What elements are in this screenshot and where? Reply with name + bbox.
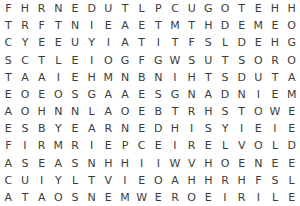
letter-cell-r12-c18[interactable]: E	[283, 189, 300, 206]
letter-cell-r12-c11[interactable]: R	[167, 189, 184, 206]
letter-cell-r11-c14[interactable]: R	[217, 172, 234, 189]
letter-cell-r10-c4[interactable]: A	[50, 154, 67, 171]
letter-cell-r10-c8[interactable]: H	[117, 154, 134, 171]
letter-cell-r9-c17[interactable]: L	[267, 137, 284, 154]
word-search-grid: FHRNEDUTLPCUGOTEHHTRFTNIEAETMTHDEMEOCYEE…	[0, 0, 300, 206]
letter-cell-r1-c10[interactable]: P	[150, 0, 167, 17]
letter-cell-r5-c17[interactable]: T	[267, 69, 284, 86]
letter-cell-r11-c5[interactable]: L	[67, 172, 84, 189]
letter-cell-r12-c13[interactable]: E	[200, 189, 217, 206]
letter-cell-r7-c9[interactable]: E	[133, 103, 150, 120]
letter-cell-r4-c3[interactable]: T	[33, 51, 50, 68]
letter-cell-r10-c6[interactable]: N	[83, 154, 100, 171]
letter-cell-r12-c3[interactable]: A	[33, 189, 50, 206]
letter-cell-r10-c12[interactable]: V	[183, 154, 200, 171]
letter-cell-r2-c9[interactable]: E	[133, 17, 150, 34]
letter-cell-r12-c7[interactable]: E	[100, 189, 117, 206]
letter-cell-r5-c12[interactable]: H	[183, 69, 200, 86]
letter-cell-r2-c2[interactable]: R	[17, 17, 34, 34]
letter-cell-r2-c4[interactable]: T	[50, 17, 67, 34]
letter-cell-r4-c6[interactable]: I	[83, 51, 100, 68]
letter-cell-r6-c7[interactable]: A	[100, 86, 117, 103]
letter-cell-r10-c7[interactable]: H	[100, 154, 117, 171]
letter-cell-r7-c14[interactable]: S	[217, 103, 234, 120]
letter-cell-r6-c5[interactable]: S	[67, 86, 84, 103]
letter-cell-r5-c15[interactable]: D	[233, 69, 250, 86]
letter-cell-r8-c9[interactable]: E	[133, 120, 150, 137]
letter-cell-r11-c17[interactable]: S	[267, 172, 284, 189]
letter-cell-r7-c18[interactable]: E	[283, 103, 300, 120]
letter-cell-r6-c1[interactable]: E	[0, 86, 17, 103]
letter-cell-r5-c2[interactable]: A	[17, 69, 34, 86]
letter-cell-r5-c4[interactable]: I	[50, 69, 67, 86]
letter-cell-r10-c16[interactable]: N	[250, 154, 267, 171]
letter-cell-r1-c15[interactable]: T	[233, 0, 250, 17]
letter-cell-r8-c12[interactable]: I	[183, 120, 200, 137]
letter-cell-r12-c6[interactable]: N	[83, 189, 100, 206]
letter-cell-r5-c6[interactable]: H	[83, 69, 100, 86]
letter-cell-r3-c18[interactable]: G	[283, 34, 300, 51]
letter-cell-r5-c11[interactable]: I	[167, 69, 184, 86]
letter-cell-r4-c4[interactable]: L	[50, 51, 67, 68]
letter-cell-r4-c17[interactable]: R	[267, 51, 284, 68]
letter-cell-r5-c8[interactable]: N	[117, 69, 134, 86]
letter-cell-r12-c10[interactable]: E	[150, 189, 167, 206]
letter-cell-r1-c4[interactable]: N	[50, 0, 67, 17]
letter-cell-r8-c13[interactable]: S	[200, 120, 217, 137]
letter-cell-r10-c14[interactable]: O	[217, 154, 234, 171]
letter-cell-r12-c4[interactable]: O	[50, 189, 67, 206]
letter-cell-r8-c16[interactable]: E	[250, 120, 267, 137]
letter-cell-r3-c14[interactable]: L	[217, 34, 234, 51]
letter-cell-r7-c2[interactable]: O	[17, 103, 34, 120]
letter-cell-r4-c18[interactable]: O	[283, 51, 300, 68]
letter-cell-r4-c14[interactable]: T	[217, 51, 234, 68]
letter-cell-r8-c7[interactable]: R	[100, 120, 117, 137]
letter-cell-r9-c3[interactable]: R	[33, 137, 50, 154]
letter-cell-r6-c6[interactable]: G	[83, 86, 100, 103]
letter-cell-r9-c13[interactable]: E	[200, 137, 217, 154]
letter-cell-r5-c1[interactable]: T	[0, 69, 17, 86]
letter-cell-r7-c16[interactable]: O	[250, 103, 267, 120]
letter-cell-r1-c3[interactable]: R	[33, 0, 50, 17]
letter-cell-r3-c17[interactable]: H	[267, 34, 284, 51]
letter-cell-r5-c18[interactable]: A	[283, 69, 300, 86]
letter-cell-r9-c11[interactable]: I	[167, 137, 184, 154]
letter-cell-r2-c8[interactable]: A	[117, 17, 134, 34]
letter-cell-r10-c10[interactable]: I	[150, 154, 167, 171]
letter-cell-r3-c4[interactable]: E	[50, 34, 67, 51]
letter-cell-r4-c7[interactable]: O	[100, 51, 117, 68]
letter-cell-r2-c15[interactable]: E	[233, 17, 250, 34]
letter-cell-r10-c9[interactable]: I	[133, 154, 150, 171]
letter-cell-r9-c6[interactable]: I	[83, 137, 100, 154]
letter-cell-r9-c12[interactable]: R	[183, 137, 200, 154]
letter-cell-r6-c12[interactable]: N	[183, 86, 200, 103]
letter-cell-r6-c15[interactable]: N	[233, 86, 250, 103]
letter-cell-r7-c13[interactable]: H	[200, 103, 217, 120]
letter-cell-r5-c16[interactable]: U	[250, 69, 267, 86]
letter-cell-r2-c18[interactable]: O	[283, 17, 300, 34]
letter-cell-r3-c7[interactable]: I	[100, 34, 117, 51]
letter-cell-r1-c7[interactable]: U	[100, 0, 117, 17]
letter-cell-r12-c12[interactable]: O	[183, 189, 200, 206]
letter-cell-r11-c18[interactable]: L	[283, 172, 300, 189]
letter-cell-r12-c9[interactable]: W	[133, 189, 150, 206]
letter-cell-r7-c7[interactable]: A	[100, 103, 117, 120]
letter-cell-r1-c14[interactable]: O	[217, 0, 234, 17]
letter-cell-r11-c10[interactable]: O	[150, 172, 167, 189]
letter-cell-r9-c18[interactable]: D	[283, 137, 300, 154]
letter-cell-r6-c17[interactable]: E	[267, 86, 284, 103]
letter-cell-r2-c12[interactable]: T	[183, 17, 200, 34]
letter-cell-r2-c11[interactable]: M	[167, 17, 184, 34]
letter-cell-r3-c1[interactable]: C	[0, 34, 17, 51]
letter-cell-r7-c8[interactable]: O	[117, 103, 134, 120]
letter-cell-r3-c6[interactable]: Y	[83, 34, 100, 51]
letter-cell-r9-c16[interactable]: O	[250, 137, 267, 154]
letter-cell-r11-c3[interactable]: I	[33, 172, 50, 189]
letter-cell-r12-c15[interactable]: R	[233, 189, 250, 206]
letter-cell-r5-c5[interactable]: E	[67, 69, 84, 86]
letter-cell-r11-c16[interactable]: F	[250, 172, 267, 189]
letter-cell-r8-c17[interactable]: I	[267, 120, 284, 137]
letter-cell-r5-c9[interactable]: B	[133, 69, 150, 86]
letter-cell-r1-c9[interactable]: L	[133, 0, 150, 17]
letter-cell-r5-c13[interactable]: T	[200, 69, 217, 86]
letter-cell-r1-c11[interactable]: C	[167, 0, 184, 17]
letter-cell-r12-c16[interactable]: I	[250, 189, 267, 206]
letter-cell-r12-c8[interactable]: M	[117, 189, 134, 206]
letter-cell-r8-c2[interactable]: S	[17, 120, 34, 137]
letter-cell-r7-c12[interactable]: R	[183, 103, 200, 120]
letter-cell-r7-c10[interactable]: B	[150, 103, 167, 120]
letter-cell-r11-c9[interactable]: E	[133, 172, 150, 189]
letter-cell-r9-c9[interactable]: C	[133, 137, 150, 154]
letter-cell-r9-c5[interactable]: R	[67, 137, 84, 154]
letter-cell-r12-c2[interactable]: T	[17, 189, 34, 206]
letter-cell-r2-c6[interactable]: I	[83, 17, 100, 34]
letter-cell-r11-c2[interactable]: U	[17, 172, 34, 189]
letter-cell-r11-c15[interactable]: H	[233, 172, 250, 189]
letter-cell-r11-c11[interactable]: A	[167, 172, 184, 189]
letter-cell-r6-c8[interactable]: A	[117, 86, 134, 103]
letter-cell-r3-c10[interactable]: I	[150, 34, 167, 51]
letter-cell-r11-c4[interactable]: Y	[50, 172, 67, 189]
letter-cell-r4-c8[interactable]: G	[117, 51, 134, 68]
letter-cell-r1-c2[interactable]: H	[17, 0, 34, 17]
letter-cell-r4-c13[interactable]: U	[200, 51, 217, 68]
letter-cell-r1-c18[interactable]: H	[283, 0, 300, 17]
letter-cell-r6-c13[interactable]: A	[200, 86, 217, 103]
letter-cell-r2-c5[interactable]: N	[67, 17, 84, 34]
letter-cell-r6-c4[interactable]: O	[50, 86, 67, 103]
letter-cell-r4-c9[interactable]: F	[133, 51, 150, 68]
letter-cell-r10-c18[interactable]: E	[283, 154, 300, 171]
letter-cell-r7-c5[interactable]: N	[67, 103, 84, 120]
letter-cell-r10-c11[interactable]: W	[167, 154, 184, 171]
letter-cell-r11-c12[interactable]: H	[183, 172, 200, 189]
letter-cell-r2-c13[interactable]: H	[200, 17, 217, 34]
letter-cell-r8-c6[interactable]: A	[83, 120, 100, 137]
letter-cell-r1-c17[interactable]: H	[267, 0, 284, 17]
letter-cell-r8-c18[interactable]: E	[283, 120, 300, 137]
letter-cell-r8-c11[interactable]: H	[167, 120, 184, 137]
letter-cell-r12-c14[interactable]: I	[217, 189, 234, 206]
letter-cell-r8-c14[interactable]: Y	[217, 120, 234, 137]
letter-cell-r11-c6[interactable]: T	[83, 172, 100, 189]
letter-cell-r1-c13[interactable]: G	[200, 0, 217, 17]
letter-cell-r9-c4[interactable]: M	[50, 137, 67, 154]
letter-cell-r4-c12[interactable]: S	[183, 51, 200, 68]
letter-cell-r8-c4[interactable]: Y	[50, 120, 67, 137]
letter-cell-r12-c5[interactable]: S	[67, 189, 84, 206]
letter-cell-r10-c17[interactable]: E	[267, 154, 284, 171]
letter-cell-r9-c2[interactable]: I	[17, 137, 34, 154]
letter-cell-r9-c7[interactable]: E	[100, 137, 117, 154]
letter-cell-r2-c10[interactable]: T	[150, 17, 167, 34]
letter-cell-r9-c8[interactable]: P	[117, 137, 134, 154]
letter-cell-r1-c5[interactable]: E	[67, 0, 84, 17]
letter-cell-r3-c16[interactable]: E	[250, 34, 267, 51]
letter-cell-r6-c9[interactable]: E	[133, 86, 150, 103]
letter-cell-r6-c2[interactable]: O	[17, 86, 34, 103]
letter-cell-r3-c11[interactable]: T	[167, 34, 184, 51]
letter-cell-r5-c14[interactable]: S	[217, 69, 234, 86]
letter-cell-r9-c1[interactable]: F	[0, 137, 17, 154]
letter-cell-r9-c15[interactable]: V	[233, 137, 250, 154]
letter-cell-r3-c5[interactable]: U	[67, 34, 84, 51]
letter-cell-r5-c10[interactable]: N	[150, 69, 167, 86]
letter-cell-r2-c17[interactable]: E	[267, 17, 284, 34]
letter-cell-r10-c1[interactable]: A	[0, 154, 17, 171]
letter-cell-r6-c18[interactable]: M	[283, 86, 300, 103]
letter-cell-r8-c10[interactable]: D	[150, 120, 167, 137]
letter-cell-r2-c7[interactable]: E	[100, 17, 117, 34]
letter-cell-r8-c8[interactable]: N	[117, 120, 134, 137]
letter-cell-r2-c16[interactable]: M	[250, 17, 267, 34]
letter-cell-r12-c1[interactable]: A	[0, 189, 17, 206]
letter-cell-r11-c1[interactable]: C	[0, 172, 17, 189]
letter-cell-r10-c3[interactable]: E	[33, 154, 50, 171]
letter-cell-r7-c4[interactable]: N	[50, 103, 67, 120]
letter-cell-r3-c15[interactable]: D	[233, 34, 250, 51]
letter-cell-r6-c14[interactable]: D	[217, 86, 234, 103]
letter-cell-r1-c1[interactable]: F	[0, 0, 17, 17]
letter-cell-r11-c13[interactable]: H	[200, 172, 217, 189]
letter-cell-r10-c15[interactable]: E	[233, 154, 250, 171]
letter-cell-r10-c2[interactable]: S	[17, 154, 34, 171]
letter-cell-r4-c1[interactable]: S	[0, 51, 17, 68]
letter-cell-r10-c13[interactable]: H	[200, 154, 217, 171]
letter-cell-r10-c5[interactable]: S	[67, 154, 84, 171]
letter-cell-r4-c15[interactable]: S	[233, 51, 250, 68]
letter-cell-r4-c10[interactable]: G	[150, 51, 167, 68]
letter-cell-r9-c10[interactable]: E	[150, 137, 167, 154]
letter-cell-r11-c7[interactable]: V	[100, 172, 117, 189]
letter-cell-r8-c5[interactable]: E	[67, 120, 84, 137]
letter-cell-r7-c17[interactable]: W	[267, 103, 284, 120]
letter-cell-r6-c3[interactable]: E	[33, 86, 50, 103]
letter-cell-r6-c16[interactable]: I	[250, 86, 267, 103]
letter-cell-r7-c11[interactable]: T	[167, 103, 184, 120]
letter-cell-r6-c11[interactable]: G	[167, 86, 184, 103]
letter-cell-r6-c10[interactable]: S	[150, 86, 167, 103]
letter-cell-r2-c1[interactable]: T	[0, 17, 17, 34]
letter-cell-r3-c8[interactable]: A	[117, 34, 134, 51]
letter-cell-r3-c9[interactable]: T	[133, 34, 150, 51]
letter-cell-r3-c13[interactable]: S	[200, 34, 217, 51]
letter-cell-r8-c15[interactable]: I	[233, 120, 250, 137]
letter-cell-r1-c8[interactable]: T	[117, 0, 134, 17]
letter-cell-r8-c3[interactable]: B	[33, 120, 50, 137]
letter-cell-r7-c3[interactable]: H	[33, 103, 50, 120]
letter-cell-r3-c12[interactable]: F	[183, 34, 200, 51]
letter-cell-r9-c14[interactable]: L	[217, 137, 234, 154]
letter-cell-r4-c2[interactable]: C	[17, 51, 34, 68]
letter-cell-r1-c6[interactable]: D	[83, 0, 100, 17]
letter-cell-r7-c1[interactable]: A	[0, 103, 17, 120]
letter-cell-r5-c7[interactable]: M	[100, 69, 117, 86]
letter-cell-r11-c8[interactable]: I	[117, 172, 134, 189]
letter-cell-r5-c3[interactable]: A	[33, 69, 50, 86]
letter-cell-r4-c11[interactable]: W	[167, 51, 184, 68]
letter-cell-r3-c2[interactable]: Y	[17, 34, 34, 51]
letter-cell-r3-c3[interactable]: E	[33, 34, 50, 51]
letter-cell-r4-c16[interactable]: O	[250, 51, 267, 68]
letter-cell-r7-c6[interactable]: L	[83, 103, 100, 120]
letter-cell-r4-c5[interactable]: E	[67, 51, 84, 68]
letter-cell-r1-c16[interactable]: E	[250, 0, 267, 17]
letter-cell-r12-c17[interactable]: L	[267, 189, 284, 206]
letter-cell-r1-c12[interactable]: U	[183, 0, 200, 17]
letter-cell-r7-c15[interactable]: T	[233, 103, 250, 120]
letter-cell-r8-c1[interactable]: E	[0, 120, 17, 137]
letter-cell-r2-c3[interactable]: F	[33, 17, 50, 34]
letter-cell-r2-c14[interactable]: D	[217, 17, 234, 34]
